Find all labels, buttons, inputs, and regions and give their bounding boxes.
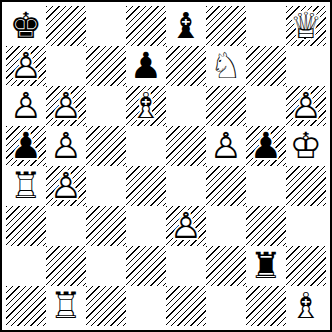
square-g5[interactable]: ♟♟ bbox=[246, 126, 286, 166]
square-d3[interactable] bbox=[126, 206, 166, 246]
piece-black-pawn: ♟ bbox=[6, 126, 46, 166]
square-c4[interactable] bbox=[86, 166, 126, 206]
piece-black-pawn: ♟ bbox=[126, 46, 166, 86]
piece-white-knight: ♘ bbox=[206, 46, 246, 86]
square-d1[interactable] bbox=[126, 286, 166, 326]
square-e6[interactable] bbox=[166, 86, 206, 126]
square-c2[interactable] bbox=[86, 246, 126, 286]
square-c6[interactable] bbox=[86, 86, 126, 126]
square-f6[interactable] bbox=[206, 86, 246, 126]
square-h7[interactable] bbox=[286, 46, 326, 86]
square-f3[interactable] bbox=[206, 206, 246, 246]
square-c5[interactable] bbox=[86, 126, 126, 166]
square-a2[interactable] bbox=[6, 246, 46, 286]
piece-white-bishop: ♗ bbox=[286, 286, 326, 326]
square-h3[interactable] bbox=[286, 206, 326, 246]
square-h6[interactable]: ♟♙ bbox=[286, 86, 326, 126]
square-g4[interactable] bbox=[246, 166, 286, 206]
square-c7[interactable] bbox=[86, 46, 126, 86]
piece-white-pawn: ♙ bbox=[6, 46, 46, 86]
square-a5[interactable]: ♟♟ bbox=[6, 126, 46, 166]
square-c8[interactable] bbox=[86, 6, 126, 46]
square-b3[interactable] bbox=[46, 206, 86, 246]
square-d8[interactable] bbox=[126, 6, 166, 46]
piece-white-pawn: ♙ bbox=[286, 86, 326, 126]
square-e4[interactable] bbox=[166, 166, 206, 206]
chess-diagram-frame: ♚♚♝♝♛♕♟♙♟♟♞♘♟♙♟♙♝♗♟♙♟♟♟♙♟♙♟♟♚♔♜♖♟♙♟♙♜♜♜♖… bbox=[0, 0, 332, 332]
square-a7[interactable]: ♟♙ bbox=[6, 46, 46, 86]
square-d2[interactable] bbox=[126, 246, 166, 286]
piece-white-rook: ♖ bbox=[6, 166, 46, 206]
square-h5[interactable]: ♚♔ bbox=[286, 126, 326, 166]
piece-black-rook: ♜ bbox=[246, 246, 286, 286]
square-a6[interactable]: ♟♙ bbox=[6, 86, 46, 126]
piece-white-bishop: ♗ bbox=[126, 86, 166, 126]
square-f5[interactable]: ♟♙ bbox=[206, 126, 246, 166]
square-h4[interactable] bbox=[286, 166, 326, 206]
piece-black-pawn: ♟ bbox=[246, 126, 286, 166]
piece-white-pawn: ♙ bbox=[206, 126, 246, 166]
square-b6[interactable]: ♟♙ bbox=[46, 86, 86, 126]
square-e2[interactable] bbox=[166, 246, 206, 286]
square-c1[interactable] bbox=[86, 286, 126, 326]
square-b2[interactable] bbox=[46, 246, 86, 286]
piece-white-pawn: ♙ bbox=[46, 86, 86, 126]
square-a3[interactable] bbox=[6, 206, 46, 246]
piece-black-king: ♚ bbox=[6, 6, 46, 46]
square-g3[interactable] bbox=[246, 206, 286, 246]
piece-black-bishop: ♝ bbox=[166, 6, 206, 46]
square-b7[interactable] bbox=[46, 46, 86, 86]
square-f8[interactable] bbox=[206, 6, 246, 46]
piece-white-pawn: ♙ bbox=[46, 166, 86, 206]
square-a4[interactable]: ♜♖ bbox=[6, 166, 46, 206]
square-f4[interactable] bbox=[206, 166, 246, 206]
square-e1[interactable] bbox=[166, 286, 206, 326]
square-g7[interactable] bbox=[246, 46, 286, 86]
square-d4[interactable] bbox=[126, 166, 166, 206]
square-g8[interactable] bbox=[246, 6, 286, 46]
square-g2[interactable]: ♜♜ bbox=[246, 246, 286, 286]
square-f1[interactable] bbox=[206, 286, 246, 326]
square-b8[interactable] bbox=[46, 6, 86, 46]
square-g6[interactable] bbox=[246, 86, 286, 126]
square-e8[interactable]: ♝♝ bbox=[166, 6, 206, 46]
square-e5[interactable] bbox=[166, 126, 206, 166]
square-e7[interactable] bbox=[166, 46, 206, 86]
piece-white-queen: ♕ bbox=[286, 6, 326, 46]
square-h1[interactable]: ♝♗ bbox=[286, 286, 326, 326]
square-f2[interactable] bbox=[206, 246, 246, 286]
square-a8[interactable]: ♚♚ bbox=[6, 6, 46, 46]
square-a1[interactable] bbox=[6, 286, 46, 326]
square-e3[interactable]: ♟♙ bbox=[166, 206, 206, 246]
piece-white-pawn: ♙ bbox=[166, 206, 206, 246]
square-c3[interactable] bbox=[86, 206, 126, 246]
square-g1[interactable] bbox=[246, 286, 286, 326]
square-b1[interactable]: ♜♖ bbox=[46, 286, 86, 326]
square-b4[interactable]: ♟♙ bbox=[46, 166, 86, 206]
square-h8[interactable]: ♛♕ bbox=[286, 6, 326, 46]
piece-white-pawn: ♙ bbox=[6, 86, 46, 126]
chess-board: ♚♚♝♝♛♕♟♙♟♟♞♘♟♙♟♙♝♗♟♙♟♟♟♙♟♙♟♟♚♔♜♖♟♙♟♙♜♜♜♖… bbox=[6, 6, 326, 326]
square-b5[interactable]: ♟♙ bbox=[46, 126, 86, 166]
piece-white-rook: ♖ bbox=[46, 286, 86, 326]
square-h2[interactable] bbox=[286, 246, 326, 286]
square-d7[interactable]: ♟♟ bbox=[126, 46, 166, 86]
square-f7[interactable]: ♞♘ bbox=[206, 46, 246, 86]
square-d6[interactable]: ♝♗ bbox=[126, 86, 166, 126]
square-d5[interactable] bbox=[126, 126, 166, 166]
piece-white-pawn: ♙ bbox=[46, 126, 86, 166]
piece-white-king: ♔ bbox=[286, 126, 326, 166]
